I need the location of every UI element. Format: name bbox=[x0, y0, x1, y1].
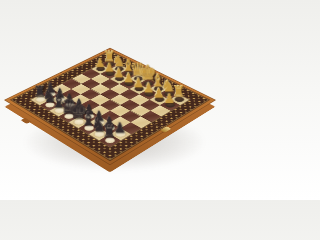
chess-piece-glyph: ♜ bbox=[102, 124, 117, 140]
board-foot bbox=[21, 118, 32, 124]
chess-piece-glyph: ♟ bbox=[163, 92, 175, 105]
chess-set-photo: ♜♞♝♛♚♝♞♜♟♟♟♟♟♟♟♟♟♟♟♟♟♟♟♟♜♞♝♛♚♝♞♜ bbox=[0, 0, 220, 200]
chess-board: ♜♞♝♛♚♝♞♜♟♟♟♟♟♟♟♟♟♟♟♟♟♟♟♟♜♞♝♛♚♝♞♜ bbox=[4, 48, 216, 165]
board-surface: ♜♞♝♛♚♝♞♜♟♟♟♟♟♟♟♟♟♟♟♟♟♟♟♟♜♞♝♛♚♝♞♜ bbox=[4, 48, 216, 165]
